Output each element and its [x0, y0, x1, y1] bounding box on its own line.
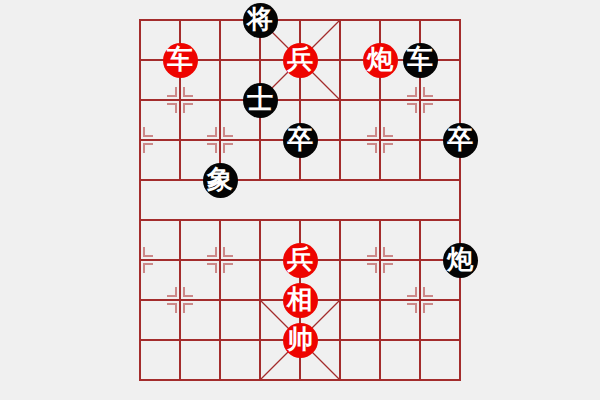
- piece-black-soldier[interactable]: 卒: [283, 123, 318, 158]
- piece-black-general[interactable]: 将: [243, 3, 278, 38]
- piece-red-elephant[interactable]: 相: [283, 283, 318, 318]
- xiangqi-board[interactable]: 将车兵炮车士卒卒象兵炮相帅: [0, 0, 600, 400]
- piece-black-soldier[interactable]: 卒: [443, 123, 478, 158]
- piece-red-chariot[interactable]: 车: [163, 43, 198, 78]
- piece-red-general[interactable]: 帅: [283, 323, 318, 358]
- pieces-layer: 将车兵炮车士卒卒象兵炮相帅: [120, 0, 480, 400]
- piece-red-soldier[interactable]: 兵: [283, 243, 318, 278]
- piece-red-soldier[interactable]: 兵: [283, 43, 318, 78]
- piece-black-elephant[interactable]: 象: [203, 163, 238, 198]
- piece-red-cannon[interactable]: 炮: [363, 43, 398, 78]
- piece-black-chariot[interactable]: 车: [403, 43, 438, 78]
- piece-black-advisor[interactable]: 士: [243, 83, 278, 118]
- piece-black-cannon[interactable]: 炮: [443, 243, 478, 278]
